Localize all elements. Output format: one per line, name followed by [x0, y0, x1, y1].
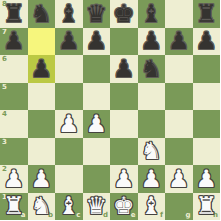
square-f8[interactable]: ♝: [138, 0, 166, 28]
piece-white-pawn[interactable]: ♟: [0, 165, 28, 193]
square-c2[interactable]: [55, 165, 83, 193]
square-b3[interactable]: [28, 138, 56, 166]
square-a7[interactable]: 7♟: [0, 28, 28, 56]
rank-label-3: 3: [2, 139, 7, 146]
piece-white-pawn[interactable]: ♟: [165, 165, 193, 193]
piece-white-queen[interactable]: ♛: [83, 193, 111, 221]
piece-black-bishop[interactable]: ♝: [55, 0, 83, 28]
piece-white-bishop[interactable]: ♝: [55, 193, 83, 221]
square-c1[interactable]: c♝: [55, 193, 83, 221]
piece-white-knight[interactable]: ♞: [28, 193, 56, 221]
square-g3[interactable]: [165, 138, 193, 166]
square-d5[interactable]: [83, 83, 111, 111]
square-e5[interactable]: [110, 83, 138, 111]
rank-label-6: 6: [2, 56, 7, 63]
piece-white-pawn[interactable]: ♟: [110, 165, 138, 193]
square-c8[interactable]: ♝: [55, 0, 83, 28]
square-d3[interactable]: [83, 138, 111, 166]
square-a3[interactable]: 3: [0, 138, 28, 166]
square-h5[interactable]: [193, 83, 221, 111]
square-e3[interactable]: [110, 138, 138, 166]
square-h6[interactable]: [193, 55, 221, 83]
square-e1[interactable]: e♚: [110, 193, 138, 221]
square-d6[interactable]: [83, 55, 111, 83]
square-e8[interactable]: ♚: [110, 0, 138, 28]
square-d8[interactable]: ♛: [83, 0, 111, 28]
piece-black-rook[interactable]: ♜: [0, 0, 28, 28]
piece-white-pawn[interactable]: ♟: [55, 110, 83, 138]
square-b8[interactable]: ♞: [28, 0, 56, 28]
square-d7[interactable]: ♟: [83, 28, 111, 56]
square-g2[interactable]: ♟: [165, 165, 193, 193]
square-f3[interactable]: ♞: [138, 138, 166, 166]
piece-black-pawn[interactable]: ♟: [28, 55, 56, 83]
square-f4[interactable]: [138, 110, 166, 138]
square-g1[interactable]: g: [165, 193, 193, 221]
piece-white-rook[interactable]: ♜: [193, 193, 221, 221]
file-label-g: g: [185, 212, 190, 219]
square-d2[interactable]: [83, 165, 111, 193]
square-h8[interactable]: ♜: [193, 0, 221, 28]
piece-black-queen[interactable]: ♛: [83, 0, 111, 28]
piece-black-rook[interactable]: ♜: [193, 0, 221, 28]
piece-white-pawn[interactable]: ♟: [28, 165, 56, 193]
square-e6[interactable]: ♟: [110, 55, 138, 83]
piece-white-rook[interactable]: ♜: [0, 193, 28, 221]
piece-white-pawn[interactable]: ♟: [138, 165, 166, 193]
square-b2[interactable]: ♟: [28, 165, 56, 193]
square-h7[interactable]: ♟: [193, 28, 221, 56]
square-g7[interactable]: ♟: [165, 28, 193, 56]
piece-black-pawn[interactable]: ♟: [55, 28, 83, 56]
square-a8[interactable]: 8♜: [0, 0, 28, 28]
square-h4[interactable]: [193, 110, 221, 138]
piece-white-bishop[interactable]: ♝: [138, 193, 166, 221]
piece-black-pawn[interactable]: ♟: [110, 55, 138, 83]
piece-black-pawn[interactable]: ♟: [165, 28, 193, 56]
square-c6[interactable]: [55, 55, 83, 83]
piece-black-pawn[interactable]: ♟: [83, 28, 111, 56]
square-g6[interactable]: [165, 55, 193, 83]
square-e7[interactable]: [110, 28, 138, 56]
chess-board: 8♜♞♝♛♚♝♜7♟♟♟♟♟♟6♟♟♞54♟♟3♞2♟♟♟♟♟♟1a♜b♞c♝d…: [0, 0, 220, 220]
square-c4[interactable]: ♟: [55, 110, 83, 138]
square-h1[interactable]: h♜: [193, 193, 221, 221]
square-a5[interactable]: 5: [0, 83, 28, 111]
square-f7[interactable]: ♟: [138, 28, 166, 56]
square-d4[interactable]: ♟: [83, 110, 111, 138]
square-a1[interactable]: 1a♜: [0, 193, 28, 221]
square-d1[interactable]: d♛: [83, 193, 111, 221]
square-b6[interactable]: ♟: [28, 55, 56, 83]
square-g5[interactable]: [165, 83, 193, 111]
piece-white-king[interactable]: ♚: [110, 193, 138, 221]
square-b7[interactable]: [28, 28, 56, 56]
square-f1[interactable]: f♝: [138, 193, 166, 221]
square-b1[interactable]: b♞: [28, 193, 56, 221]
piece-black-bishop[interactable]: ♝: [138, 0, 166, 28]
square-f5[interactable]: [138, 83, 166, 111]
square-c7[interactable]: ♟: [55, 28, 83, 56]
square-a2[interactable]: 2♟: [0, 165, 28, 193]
rank-label-4: 4: [2, 111, 7, 118]
square-f6[interactable]: ♞: [138, 55, 166, 83]
square-g4[interactable]: [165, 110, 193, 138]
square-c3[interactable]: [55, 138, 83, 166]
square-f2[interactable]: ♟: [138, 165, 166, 193]
square-h3[interactable]: [193, 138, 221, 166]
square-g8[interactable]: [165, 0, 193, 28]
piece-black-knight[interactable]: ♞: [28, 0, 56, 28]
square-b5[interactable]: [28, 83, 56, 111]
square-e2[interactable]: ♟: [110, 165, 138, 193]
square-a6[interactable]: 6: [0, 55, 28, 83]
piece-black-king[interactable]: ♚: [110, 0, 138, 28]
piece-black-pawn[interactable]: ♟: [193, 28, 221, 56]
piece-black-pawn[interactable]: ♟: [138, 28, 166, 56]
square-b4[interactable]: [28, 110, 56, 138]
piece-black-pawn[interactable]: ♟: [0, 28, 28, 56]
square-h2[interactable]: ♟: [193, 165, 221, 193]
piece-white-pawn[interactable]: ♟: [83, 110, 111, 138]
square-a4[interactable]: 4: [0, 110, 28, 138]
piece-black-knight[interactable]: ♞: [138, 55, 166, 83]
piece-white-pawn[interactable]: ♟: [193, 165, 221, 193]
rank-label-5: 5: [2, 84, 7, 91]
square-e4[interactable]: [110, 110, 138, 138]
square-c5[interactable]: [55, 83, 83, 111]
piece-white-knight[interactable]: ♞: [138, 138, 166, 166]
